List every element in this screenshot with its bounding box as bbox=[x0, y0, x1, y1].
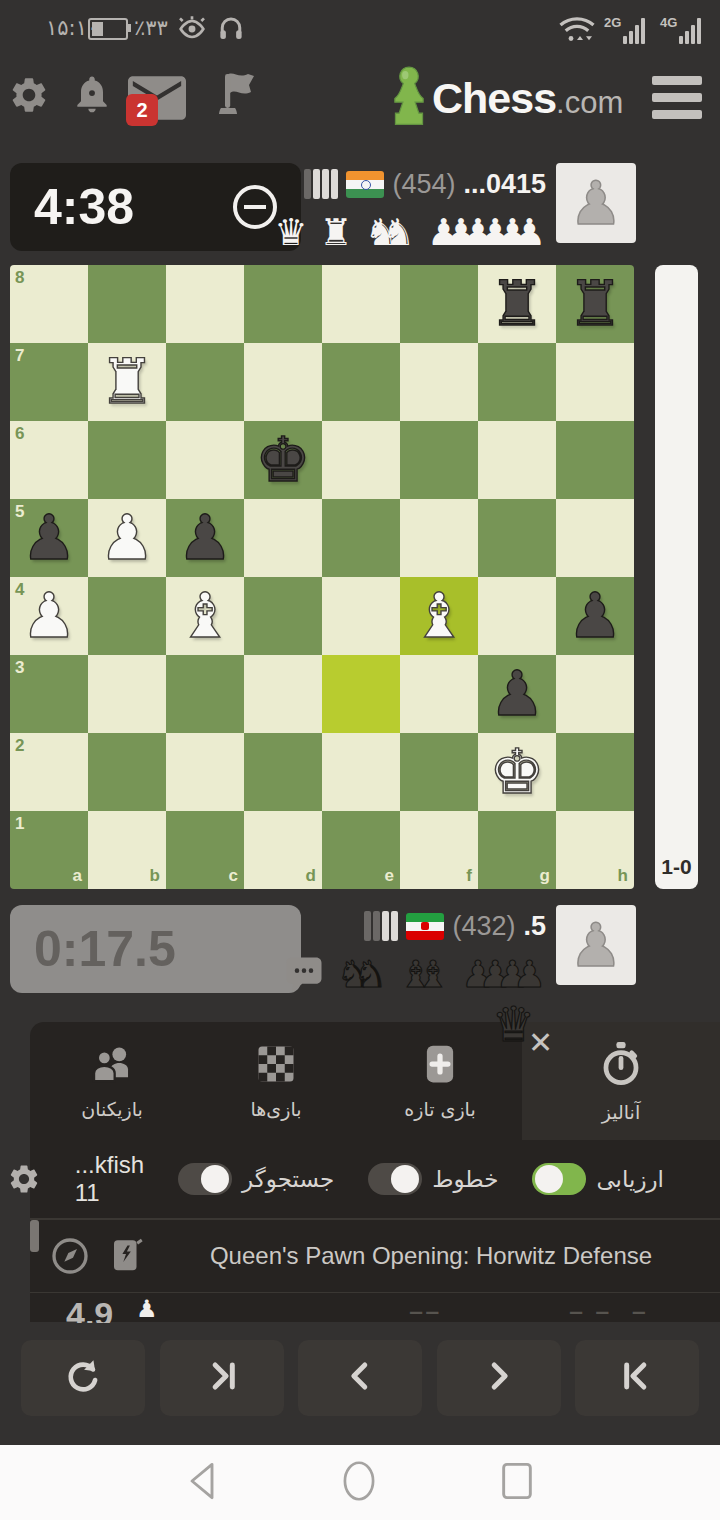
chevron-left-icon bbox=[338, 1354, 382, 1402]
square-b2[interactable] bbox=[88, 733, 166, 811]
notifications-bell-icon[interactable] bbox=[70, 72, 114, 116]
status-bar: ۱۵:۱۰ ٪۳۳ 2G 4G bbox=[0, 0, 720, 56]
wifi-icon bbox=[556, 14, 598, 48]
india-flag bbox=[346, 171, 384, 198]
top-captured-pieces: ♛♜♞♞♟♟♟♟♟♟ bbox=[270, 205, 546, 253]
square-f5[interactable] bbox=[400, 499, 478, 577]
toggle-knob bbox=[535, 1165, 563, 1193]
engine-name[interactable]: ...kfish 11 bbox=[75, 1151, 144, 1207]
white-rook[interactable]: ♜ bbox=[88, 343, 166, 421]
rank-label: 7 bbox=[15, 346, 24, 366]
square-c5[interactable]: ♟ bbox=[166, 499, 244, 577]
square-b3[interactable] bbox=[88, 655, 166, 733]
toggle-group-explorer: جستجوگر bbox=[178, 1163, 334, 1195]
tab-label: بازی‌ها bbox=[251, 1098, 302, 1120]
battery-icon bbox=[88, 18, 128, 40]
square-c1[interactable]: c bbox=[166, 811, 244, 889]
square-d7[interactable] bbox=[244, 343, 322, 421]
black-pawn[interactable]: ♟ bbox=[166, 499, 244, 577]
black-pawn[interactable]: ♟ bbox=[556, 577, 634, 655]
rank-label: 4 bbox=[15, 580, 24, 600]
square-a5[interactable]: 5♟ bbox=[10, 499, 88, 577]
explorer-compass-icon[interactable] bbox=[50, 1236, 90, 1276]
square-a6[interactable]: 6 bbox=[10, 421, 88, 499]
square-e3[interactable] bbox=[322, 655, 400, 733]
eval-score: 4.9 bbox=[66, 1295, 113, 1323]
opening-row[interactable]: Queen's Pawn Opening: Horwitz Defense bbox=[30, 1220, 720, 1292]
square-d2[interactable] bbox=[244, 733, 322, 811]
opening-name: Queen's Pawn Opening: Horwitz Defense bbox=[210, 1242, 652, 1270]
square-e7[interactable] bbox=[322, 343, 400, 421]
tab-label: آنالیز bbox=[602, 1101, 640, 1123]
stopwatch-icon bbox=[599, 1040, 643, 1092]
square-a8[interactable]: 8 bbox=[10, 265, 88, 343]
settings-gear-icon[interactable] bbox=[8, 74, 50, 116]
black-king[interactable]: ♚ bbox=[244, 421, 322, 499]
square-g6[interactable] bbox=[478, 421, 556, 499]
file-label: d bbox=[306, 866, 316, 886]
square-g7[interactable] bbox=[478, 343, 556, 421]
android-back-button[interactable] bbox=[185, 1461, 219, 1505]
eye-comfort-icon bbox=[176, 16, 208, 42]
square-c2[interactable] bbox=[166, 733, 244, 811]
chevron-right-icon bbox=[477, 1354, 521, 1402]
file-label: g bbox=[540, 866, 550, 886]
captured-group: ♟♟♟♟ bbox=[461, 955, 546, 995]
rank-label: 1 bbox=[15, 814, 24, 834]
plus-card-icon bbox=[419, 1043, 461, 1089]
square-b7[interactable]: ♜ bbox=[88, 343, 166, 421]
logo-text[interactable]: Chess.com bbox=[432, 74, 623, 123]
square-f6[interactable] bbox=[400, 421, 478, 499]
panel-tab-bar: بازیکنانبازی‌هابازی تازهآنالیز bbox=[30, 1022, 720, 1140]
signal-4g: 4G bbox=[660, 14, 701, 44]
game-result: 1-0 bbox=[661, 855, 691, 879]
square-d1[interactable]: d bbox=[244, 811, 322, 889]
square-g2[interactable]: ♚ bbox=[478, 733, 556, 811]
engine-settings-gear-icon[interactable] bbox=[7, 1162, 41, 1196]
eval-line-row-partial[interactable]: 4.9 ♟ ‒‒ ‒ ‒ ‒ bbox=[30, 1292, 720, 1323]
captured-knight: ♞ bbox=[382, 213, 415, 253]
android-home-button[interactable] bbox=[340, 1457, 378, 1509]
square-d4[interactable] bbox=[244, 577, 322, 655]
square-g5[interactable] bbox=[478, 499, 556, 577]
chesscom-logo-pawn[interactable] bbox=[386, 64, 432, 128]
square-b5[interactable]: ♟ bbox=[88, 499, 166, 577]
net-2g-label: 2G bbox=[604, 15, 621, 30]
captured-queen: ♛ bbox=[274, 213, 307, 253]
bottom-player-rating: (432) bbox=[452, 911, 515, 942]
square-a3[interactable]: 3 bbox=[10, 655, 88, 733]
captured-group: ♟♟♟♟♟♟ bbox=[427, 213, 546, 253]
bottom-player-name: .5 bbox=[523, 911, 546, 942]
captured-group: ♝♝ bbox=[399, 955, 449, 995]
android-nav-bar bbox=[0, 1445, 720, 1520]
challenge-flag-icon[interactable] bbox=[210, 68, 264, 120]
toggle-group-evaluation: ارزیابی bbox=[532, 1163, 664, 1195]
square-a7[interactable]: 7 bbox=[10, 343, 88, 421]
toggle-knob bbox=[391, 1165, 419, 1193]
captured-group: ♞♞ bbox=[365, 213, 415, 253]
connection-bars-icon bbox=[304, 169, 338, 199]
square-e4[interactable] bbox=[322, 577, 400, 655]
toggle-group-lines: خطوط bbox=[368, 1163, 498, 1195]
android-recents-button[interactable] bbox=[499, 1461, 535, 1505]
file-label: c bbox=[229, 866, 238, 886]
captured-pawn: ♟ bbox=[513, 213, 546, 253]
toggle-switch-lines[interactable] bbox=[368, 1163, 422, 1195]
square-c4[interactable]: ♝ bbox=[166, 577, 244, 655]
captured-group: ♜ bbox=[319, 213, 352, 253]
logo-main: Chess bbox=[432, 74, 556, 122]
rank-label: 5 bbox=[15, 502, 24, 522]
headset-icon bbox=[216, 14, 246, 44]
square-d3[interactable] bbox=[244, 655, 322, 733]
phone-screen: ۱۵:۱۰ ٪۳۳ 2G 4G bbox=[0, 0, 720, 1520]
messages-badge: 2 bbox=[126, 94, 158, 126]
square-f4[interactable]: ♝ bbox=[400, 577, 478, 655]
evaluation-bar: 1-0 bbox=[655, 265, 698, 889]
square-a2[interactable]: 2 bbox=[10, 733, 88, 811]
avatar-pawn-icon: ♟ bbox=[569, 168, 623, 238]
square-f1[interactable]: f bbox=[400, 811, 478, 889]
black-rook[interactable]: ♜ bbox=[556, 265, 634, 343]
hamburger-menu-icon[interactable] bbox=[652, 68, 702, 127]
opening-book-icon[interactable] bbox=[108, 1236, 144, 1276]
captured-pawn: ♟ bbox=[513, 955, 546, 995]
file-label: b bbox=[150, 866, 160, 886]
move-text-faint: ‒‒ bbox=[410, 1299, 442, 1323]
bottom-player-clock: 0:17.5 bbox=[10, 905, 301, 993]
black-pawn[interactable]: ♟ bbox=[478, 655, 556, 733]
square-c8[interactable] bbox=[166, 265, 244, 343]
top-clock-time: 4:38 bbox=[34, 178, 134, 236]
square-c6[interactable] bbox=[166, 421, 244, 499]
bottom-captured-pieces: ♞♞♝♝♟♟♟♟ bbox=[270, 947, 546, 995]
flip-board-button[interactable] bbox=[21, 1340, 145, 1416]
square-e2[interactable] bbox=[322, 733, 400, 811]
bottom-player-avatar[interactable]: ♟ bbox=[556, 905, 636, 985]
rank-label: 3 bbox=[15, 658, 24, 678]
white-pawn-mini-icon: ♟ bbox=[136, 1295, 158, 1323]
toggle-switch-evaluation[interactable] bbox=[532, 1163, 586, 1195]
top-player-area: 4:38 (454) ...0415 ♛♜♞♞♟♟♟♟♟♟ ♟ bbox=[0, 160, 720, 260]
board-icon bbox=[255, 1043, 297, 1089]
bottom-player-area: 0:17.5 (432) .5 ♞♞♝♝♟♟♟♟ ♟ bbox=[0, 902, 720, 1020]
white-bishop[interactable]: ♝ bbox=[166, 577, 244, 655]
toggle-label-lines: خطوط bbox=[432, 1166, 498, 1192]
white-pawn[interactable]: ♟ bbox=[88, 499, 166, 577]
square-b1[interactable]: b bbox=[88, 811, 166, 889]
square-d5[interactable] bbox=[244, 499, 322, 577]
tab-players[interactable]: بازیکنان bbox=[30, 1022, 194, 1140]
chess-board[interactable]: 8♜♜7♜6♚5♟♟♟4♟♝♝♟3♟2♚1abcdefgh bbox=[10, 265, 634, 889]
captured-group: ♛ bbox=[274, 213, 307, 253]
square-h6[interactable] bbox=[556, 421, 634, 499]
step-back-button[interactable] bbox=[298, 1340, 422, 1416]
square-c3[interactable] bbox=[166, 655, 244, 733]
white-king[interactable]: ♚ bbox=[478, 733, 556, 811]
captured-bishop: ♝ bbox=[416, 955, 449, 995]
top-player-name: ...0415 bbox=[463, 169, 546, 200]
logo-suffix: .com bbox=[556, 85, 623, 120]
square-h2[interactable] bbox=[556, 733, 634, 811]
captured-group: ♞♞ bbox=[337, 955, 387, 995]
toggle-label-evaluation: ارزیابی bbox=[596, 1166, 664, 1192]
square-b6[interactable] bbox=[88, 421, 166, 499]
rank-label: 6 bbox=[15, 424, 24, 444]
top-player-clock: 4:38 bbox=[10, 163, 301, 251]
square-f2[interactable] bbox=[400, 733, 478, 811]
signal-2g: 2G bbox=[604, 14, 645, 44]
file-label: a bbox=[73, 866, 82, 886]
square-a1[interactable]: 1a bbox=[10, 811, 88, 889]
avatar-pawn-icon: ♟ bbox=[569, 910, 623, 980]
file-label: h bbox=[618, 866, 628, 886]
skip-back-icon bbox=[615, 1354, 659, 1402]
move-text-faint: ‒ ‒ ‒ bbox=[570, 1299, 649, 1323]
reload-icon bbox=[61, 1354, 105, 1402]
square-f3[interactable] bbox=[400, 655, 478, 733]
square-e8[interactable] bbox=[322, 265, 400, 343]
app-header: 2 Chess.com bbox=[0, 56, 720, 146]
battery-percent: ٪۳۳ bbox=[134, 16, 168, 40]
tab-games[interactable]: بازی‌ها bbox=[194, 1022, 358, 1140]
square-d6[interactable]: ♚ bbox=[244, 421, 322, 499]
square-d8[interactable] bbox=[244, 265, 322, 343]
square-h1[interactable]: h bbox=[556, 811, 634, 889]
top-player-avatar[interactable]: ♟ bbox=[556, 163, 636, 243]
iran-flag bbox=[406, 913, 444, 940]
file-label: f bbox=[466, 866, 472, 886]
skip-forward-icon bbox=[200, 1354, 244, 1402]
square-e5[interactable] bbox=[322, 499, 400, 577]
scrollbar-thumb[interactable] bbox=[30, 1220, 39, 1252]
connection-bars-icon bbox=[364, 911, 398, 941]
toggle-switch-explorer[interactable] bbox=[178, 1163, 232, 1195]
go-to-start-button[interactable] bbox=[575, 1340, 699, 1416]
top-player-rating: (454) bbox=[392, 169, 455, 200]
square-h8[interactable]: ♜ bbox=[556, 265, 634, 343]
captured-rook: ♜ bbox=[319, 213, 352, 253]
top-player-info[interactable]: (454) ...0415 ♛♜♞♞♟♟♟♟♟♟ bbox=[270, 163, 546, 255]
engine-toggle-row: ارزیابیخطوطجستجوگر ...kfish 11 bbox=[30, 1140, 720, 1218]
captured-knight: ♞ bbox=[354, 955, 387, 995]
square-b8[interactable] bbox=[88, 265, 166, 343]
captured-queen-wrapped: ♛ bbox=[492, 998, 535, 1050]
square-h4[interactable]: ♟ bbox=[556, 577, 634, 655]
analysis-panel: بازیکنانبازی‌هابازی تازهآنالیز ✕ ارزیابی… bbox=[30, 1022, 720, 1322]
square-c7[interactable] bbox=[166, 343, 244, 421]
square-e1[interactable]: e bbox=[322, 811, 400, 889]
tab-label: بازی تازه bbox=[404, 1098, 475, 1120]
square-g3[interactable]: ♟ bbox=[478, 655, 556, 733]
square-b4[interactable] bbox=[88, 577, 166, 655]
white-bishop[interactable]: ♝ bbox=[400, 577, 478, 655]
net-4g-label: 4G bbox=[660, 15, 677, 30]
file-label: e bbox=[385, 866, 394, 886]
go-to-end-button[interactable] bbox=[160, 1340, 284, 1416]
bottom-clock-time: 0:17.5 bbox=[34, 920, 176, 978]
square-h5[interactable] bbox=[556, 499, 634, 577]
square-f8[interactable] bbox=[400, 265, 478, 343]
square-h7[interactable] bbox=[556, 343, 634, 421]
square-e6[interactable] bbox=[322, 421, 400, 499]
square-g8[interactable]: ♜ bbox=[478, 265, 556, 343]
tab-label: بازیکنان bbox=[81, 1098, 143, 1120]
people-icon bbox=[89, 1043, 135, 1089]
rank-label: 2 bbox=[15, 736, 24, 756]
bottom-player-info[interactable]: (432) .5 ♞♞♝♝♟♟♟♟ bbox=[270, 905, 546, 997]
step-forward-button[interactable] bbox=[437, 1340, 561, 1416]
black-rook[interactable]: ♜ bbox=[478, 265, 556, 343]
toggle-knob bbox=[201, 1165, 229, 1193]
square-f7[interactable] bbox=[400, 343, 478, 421]
square-g1[interactable]: g bbox=[478, 811, 556, 889]
toggle-label-explorer: جستجوگر bbox=[242, 1166, 334, 1192]
rank-label: 8 bbox=[15, 268, 24, 288]
square-h3[interactable] bbox=[556, 655, 634, 733]
move-nav-bar bbox=[0, 1340, 720, 1422]
square-a4[interactable]: 4♟ bbox=[10, 577, 88, 655]
square-g4[interactable] bbox=[478, 577, 556, 655]
